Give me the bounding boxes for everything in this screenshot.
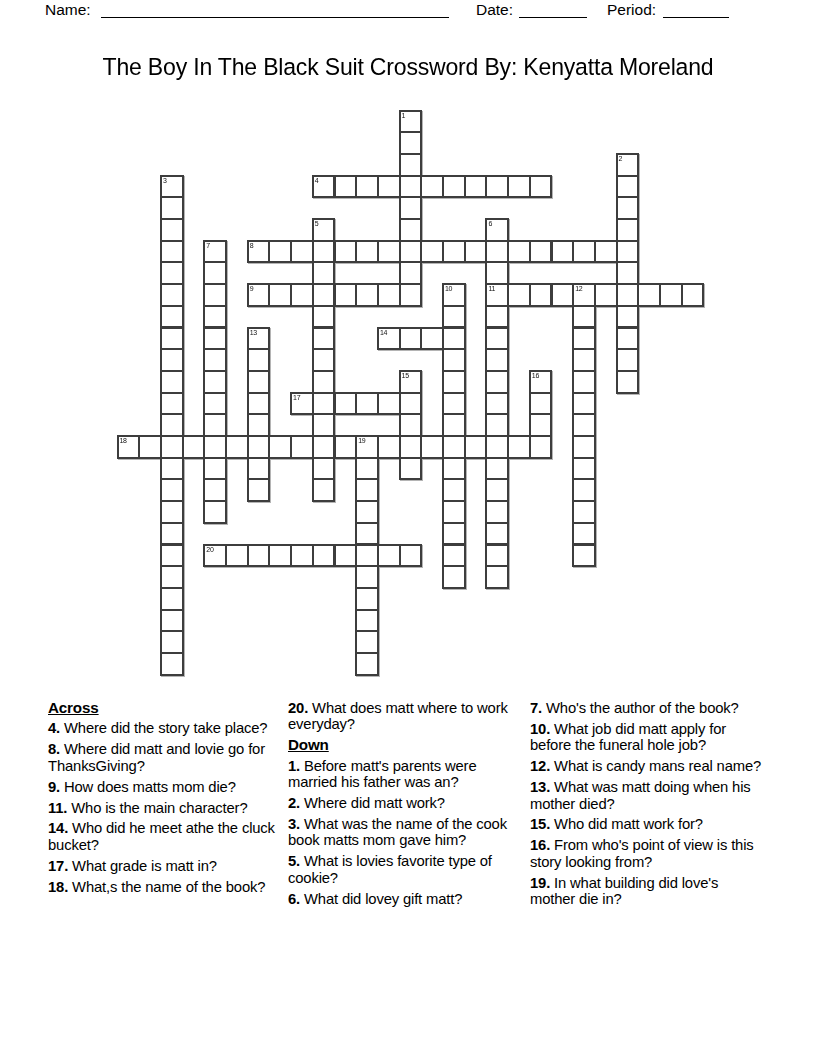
crossword-grid: 1234567891011121314151617181920 xyxy=(117,110,703,675)
clue-4: 4. Where did the story take place? xyxy=(48,720,280,736)
grid-cell[interactable] xyxy=(485,544,509,568)
grid-cell[interactable] xyxy=(442,500,466,524)
grid-cell[interactable] xyxy=(464,175,488,199)
grid-cell[interactable] xyxy=(485,175,509,199)
clue-2: 2. Where did matt work? xyxy=(288,795,528,811)
grid-cell[interactable] xyxy=(572,457,596,481)
grid-cell[interactable] xyxy=(420,327,444,351)
grid-cell[interactable] xyxy=(616,218,640,242)
grid-cell[interactable] xyxy=(507,283,531,307)
grid-cell[interactable] xyxy=(485,327,509,351)
grid-cell[interactable] xyxy=(312,370,336,394)
date-label: Date: xyxy=(476,1,513,19)
grid-cell[interactable] xyxy=(572,392,596,416)
grid-cell[interactable] xyxy=(616,196,640,220)
grid-cell[interactable] xyxy=(442,305,466,329)
grid-cell[interactable] xyxy=(312,327,336,351)
grid-cell[interactable] xyxy=(442,413,466,437)
clue-7: 7. Who's the author of the book? xyxy=(530,700,766,716)
grid-cell[interactable] xyxy=(160,370,184,394)
grid-cell[interactable] xyxy=(312,261,336,285)
grid-cell[interactable] xyxy=(485,348,509,372)
grid-cell[interactable] xyxy=(138,435,162,459)
grid-cell[interactable] xyxy=(485,370,509,394)
across-clues-header: Across xyxy=(48,700,280,716)
clue-number: 14. xyxy=(48,820,68,836)
grid-cell[interactable] xyxy=(355,392,379,416)
grid-cell[interactable]: 13 xyxy=(247,327,271,351)
cell-number-label: 19 xyxy=(358,437,365,445)
clue-1: 1. Before matt's parents were married hi… xyxy=(288,758,528,791)
grid-cell[interactable]: 7 xyxy=(203,240,227,264)
grid-cell[interactable] xyxy=(247,457,271,481)
grid-cell[interactable] xyxy=(399,283,423,307)
grid-cell[interactable] xyxy=(355,630,379,654)
grid-cell[interactable]: 19 xyxy=(355,435,379,459)
clue-5: 5. What is lovies favorite type of cooki… xyxy=(288,853,528,886)
grid-cell[interactable] xyxy=(442,544,466,568)
grid-cell[interactable] xyxy=(160,435,184,459)
grid-cell[interactable] xyxy=(160,348,184,372)
period-blank-line[interactable] xyxy=(663,0,729,18)
clue-number: 2. xyxy=(288,795,300,811)
grid-cell[interactable] xyxy=(290,435,314,459)
worksheet-page: { "game": "crossword", "title": "The Boy… xyxy=(0,0,816,1056)
grid-cell[interactable] xyxy=(442,457,466,481)
clue-number: 16. xyxy=(530,837,550,853)
name-label: Name: xyxy=(45,1,91,19)
cell-number-label: 14 xyxy=(380,329,387,337)
clue-number: 7. xyxy=(530,700,542,716)
grid-cell[interactable] xyxy=(399,153,423,177)
grid-cell[interactable] xyxy=(225,435,249,459)
clue-11: 11. Who is the main character? xyxy=(48,800,280,816)
grid-cell[interactable] xyxy=(572,370,596,394)
clue-19: 19. In what building did love's mother d… xyxy=(530,875,766,908)
grid-cell[interactable] xyxy=(355,457,379,481)
grid-cell[interactable]: 1 xyxy=(399,110,423,134)
cell-number-label: 7 xyxy=(206,242,210,250)
clue-6: 6. What did lovey gift matt? xyxy=(288,891,528,907)
cell-number-label: 18 xyxy=(120,437,127,445)
cell-number-label: 4 xyxy=(315,177,319,185)
grid-cell[interactable] xyxy=(225,544,249,568)
grid-cell[interactable] xyxy=(572,478,596,502)
grid-cell[interactable] xyxy=(399,413,423,437)
grid-cell[interactable] xyxy=(334,544,358,568)
clue-number: 15. xyxy=(530,816,550,832)
clue-number: 8. xyxy=(48,741,60,757)
clue-13: 13. What was matt doing when his mother … xyxy=(530,779,766,812)
grid-cell[interactable] xyxy=(203,413,227,437)
clue-3: 3. What was the name of the cook book ma… xyxy=(288,816,528,849)
grid-cell[interactable] xyxy=(529,283,553,307)
grid-cell[interactable] xyxy=(160,413,184,437)
grid-cell[interactable] xyxy=(160,478,184,502)
clue-number: 12. xyxy=(530,758,550,774)
grid-cell[interactable] xyxy=(203,261,227,285)
cell-number-label: 3 xyxy=(163,177,167,185)
grid-cell[interactable] xyxy=(334,392,358,416)
grid-cell[interactable] xyxy=(399,240,423,264)
clue-number: 1. xyxy=(288,758,300,774)
grid-cell[interactable] xyxy=(334,175,358,199)
cell-number-label: 16 xyxy=(532,372,539,380)
grid-cell[interactable] xyxy=(529,240,553,264)
grid-cell[interactable] xyxy=(507,175,531,199)
grid-cell[interactable] xyxy=(399,175,423,199)
grid-cell[interactable] xyxy=(442,522,466,546)
grid-cell[interactable] xyxy=(290,544,314,568)
grid-cell[interactable] xyxy=(312,240,336,264)
grid-cell[interactable] xyxy=(551,283,575,307)
clue-16: 16. From who's point of view is this sto… xyxy=(530,837,766,870)
puzzle-title: The Boy In The Black Suit Crossword By: … xyxy=(24,53,791,81)
grid-cell[interactable] xyxy=(268,435,292,459)
clue-number: 10. xyxy=(530,721,550,737)
cell-number-label: 10 xyxy=(445,285,452,293)
grid-cell[interactable] xyxy=(616,261,640,285)
grid-cell[interactable] xyxy=(399,544,423,568)
grid-cell[interactable] xyxy=(312,413,336,437)
clue-number: 13. xyxy=(530,779,550,795)
cell-number-label: 1 xyxy=(402,112,406,120)
grid-cell[interactable] xyxy=(203,327,227,351)
grid-cell[interactable] xyxy=(160,240,184,264)
grid-cell[interactable] xyxy=(312,283,336,307)
clue-number: 18. xyxy=(48,879,68,895)
clue-17: 17. What grade is matt in? xyxy=(48,858,280,874)
grid-cell[interactable] xyxy=(485,565,509,589)
grid-cell[interactable]: 5 xyxy=(312,218,336,242)
grid-cell[interactable] xyxy=(442,565,466,589)
grid-cell[interactable] xyxy=(485,500,509,524)
grid-cell[interactable] xyxy=(203,283,227,307)
grid-cell[interactable] xyxy=(659,283,683,307)
grid-cell[interactable] xyxy=(442,478,466,502)
grid-cell[interactable] xyxy=(160,457,184,481)
grid-cell[interactable]: 3 xyxy=(160,175,184,199)
grid-cell[interactable] xyxy=(355,652,379,676)
grid-cell[interactable] xyxy=(247,435,271,459)
grid-cell[interactable] xyxy=(377,392,401,416)
grid-cell[interactable] xyxy=(529,392,553,416)
clue-column-3: 7. Who's the author of the book?10. What… xyxy=(530,700,766,912)
grid-cell[interactable] xyxy=(399,457,423,481)
clue-9: 9. How does matts mom die? xyxy=(48,779,280,795)
grid-cell[interactable] xyxy=(203,435,227,459)
grid-cell[interactable] xyxy=(442,370,466,394)
grid-cell[interactable] xyxy=(442,327,466,351)
grid-cell[interactable] xyxy=(420,240,444,264)
grid-cell[interactable] xyxy=(399,435,423,459)
grid-cell[interactable] xyxy=(160,392,184,416)
grid-cell[interactable] xyxy=(572,348,596,372)
grid-cell[interactable] xyxy=(442,392,466,416)
grid-cell[interactable] xyxy=(290,283,314,307)
clue-14: 14. Who did he meet athe the cluck bucke… xyxy=(48,820,280,853)
grid-cell[interactable] xyxy=(160,327,184,351)
grid-cell[interactable] xyxy=(637,283,661,307)
grid-cell[interactable] xyxy=(355,478,379,502)
grid-cell[interactable] xyxy=(334,283,358,307)
grid-cell[interactable] xyxy=(355,565,379,589)
grid-cell[interactable] xyxy=(334,240,358,264)
cell-number-label: 9 xyxy=(250,285,254,293)
grid-cell[interactable] xyxy=(485,435,509,459)
grid-cell[interactable] xyxy=(572,435,596,459)
grid-cell[interactable]: 18 xyxy=(117,435,141,459)
grid-cell[interactable] xyxy=(399,261,423,285)
grid-cell[interactable] xyxy=(268,283,292,307)
grid-cell[interactable] xyxy=(312,478,336,502)
grid-cell[interactable]: 14 xyxy=(377,327,401,351)
grid-cell[interactable] xyxy=(160,587,184,611)
grid-cell[interactable] xyxy=(160,218,184,242)
clue-column-1: Across4. Where did the story take place?… xyxy=(48,700,280,900)
grid-cell[interactable] xyxy=(203,392,227,416)
cell-number-label: 11 xyxy=(488,285,495,293)
grid-cell[interactable]: 10 xyxy=(442,283,466,307)
grid-cell[interactable] xyxy=(529,435,553,459)
grid-cell[interactable] xyxy=(616,327,640,351)
grid-cell[interactable]: 20 xyxy=(203,544,227,568)
grid-cell[interactable] xyxy=(572,544,596,568)
grid-cell[interactable] xyxy=(203,370,227,394)
grid-cell[interactable] xyxy=(160,305,184,329)
grid-cell[interactable] xyxy=(312,348,336,372)
grid-cell[interactable]: 2 xyxy=(616,153,640,177)
grid-cell[interactable] xyxy=(182,435,206,459)
grid-cell[interactable] xyxy=(160,261,184,285)
grid-cell[interactable]: 4 xyxy=(312,175,336,199)
grid-cell[interactable] xyxy=(485,522,509,546)
clue-number: 5. xyxy=(288,853,300,869)
clue-15: 15. Who did matt work for? xyxy=(530,816,766,832)
grid-cell[interactable] xyxy=(616,348,640,372)
grid-cell[interactable] xyxy=(247,544,271,568)
grid-cell[interactable] xyxy=(355,609,379,633)
grid-cell[interactable] xyxy=(399,196,423,220)
grid-cell[interactable] xyxy=(616,175,640,199)
grid-cell[interactable] xyxy=(507,240,531,264)
grid-cell[interactable] xyxy=(485,457,509,481)
grid-cell[interactable] xyxy=(334,435,358,459)
grid-cell[interactable]: 9 xyxy=(247,283,271,307)
grid-cell[interactable] xyxy=(312,305,336,329)
grid-cell[interactable] xyxy=(464,435,488,459)
grid-cell[interactable] xyxy=(485,478,509,502)
grid-cell[interactable] xyxy=(420,175,444,199)
grid-cell[interactable] xyxy=(442,175,466,199)
grid-cell[interactable]: 17 xyxy=(290,392,314,416)
grid-cell[interactable]: 16 xyxy=(529,370,553,394)
clue-column-2: 20. What does matt where to work everyda… xyxy=(288,700,528,911)
grid-cell[interactable]: 11 xyxy=(485,283,509,307)
grid-cell[interactable] xyxy=(203,500,227,524)
grid-cell[interactable] xyxy=(355,240,379,264)
grid-cell[interactable] xyxy=(681,283,705,307)
grid-cell[interactable] xyxy=(464,240,488,264)
down-clues-header: Down xyxy=(288,737,528,753)
grid-cell[interactable] xyxy=(485,240,509,264)
grid-cell[interactable] xyxy=(290,240,314,264)
grid-cell[interactable]: 15 xyxy=(399,370,423,394)
grid-cell[interactable] xyxy=(420,435,444,459)
clue-12: 12. What is candy mans real name? xyxy=(530,758,766,774)
cell-number-label: 8 xyxy=(250,242,254,250)
clue-number: 9. xyxy=(48,779,60,795)
grid-cell[interactable] xyxy=(247,478,271,502)
grid-cell[interactable] xyxy=(312,392,336,416)
grid-cell[interactable] xyxy=(442,435,466,459)
grid-cell[interactable] xyxy=(247,370,271,394)
grid-cell[interactable] xyxy=(399,218,423,242)
grid-cell[interactable] xyxy=(160,609,184,633)
clue-number: 19. xyxy=(530,875,550,891)
cell-number-label: 20 xyxy=(206,546,213,554)
grid-cell[interactable] xyxy=(572,413,596,437)
grid-cell[interactable] xyxy=(160,544,184,568)
grid-cell[interactable] xyxy=(312,457,336,481)
clue-20: 20. What does matt where to work everyda… xyxy=(288,700,528,733)
grid-cell[interactable] xyxy=(594,283,618,307)
grid-cell[interactable] xyxy=(160,283,184,307)
grid-cell[interactable] xyxy=(572,327,596,351)
grid-cell[interactable] xyxy=(485,261,509,285)
name-blank-line[interactable] xyxy=(101,0,449,18)
grid-cell[interactable] xyxy=(160,196,184,220)
grid-cell[interactable] xyxy=(203,305,227,329)
grid-cell[interactable]: 6 xyxy=(485,218,509,242)
grid-cell[interactable] xyxy=(485,413,509,437)
grid-cell[interactable] xyxy=(377,283,401,307)
clue-10: 10. What job did matt apply for before t… xyxy=(530,721,766,754)
grid-cell[interactable] xyxy=(399,327,423,351)
clue-number: 4. xyxy=(48,720,60,736)
grid-cell[interactable] xyxy=(355,283,379,307)
grid-cell[interactable] xyxy=(247,348,271,372)
cell-number-label: 13 xyxy=(250,329,257,337)
clue-number: 6. xyxy=(288,891,300,907)
grid-cell[interactable] xyxy=(529,413,553,437)
cell-number-label: 15 xyxy=(402,372,409,380)
grid-cell[interactable] xyxy=(529,175,553,199)
grid-cell[interactable] xyxy=(616,240,640,264)
grid-cell[interactable] xyxy=(355,175,379,199)
grid-cell[interactable] xyxy=(247,392,271,416)
grid-cell[interactable] xyxy=(616,370,640,394)
grid-cell[interactable] xyxy=(160,565,184,589)
grid-cell[interactable] xyxy=(616,305,640,329)
grid-cell[interactable] xyxy=(268,240,292,264)
grid-cell[interactable] xyxy=(312,544,336,568)
grid-cell[interactable] xyxy=(377,435,401,459)
grid-cell[interactable] xyxy=(507,435,531,459)
grid-cell[interactable] xyxy=(572,522,596,546)
grid-cell[interactable] xyxy=(203,348,227,372)
clue-8: 8. Where did matt and lovie go for Thank… xyxy=(48,741,280,774)
grid-cell[interactable] xyxy=(160,522,184,546)
grid-cell[interactable] xyxy=(399,392,423,416)
period-label: Period: xyxy=(607,1,656,19)
grid-cell[interactable] xyxy=(572,500,596,524)
clue-18: 18. What,s the name of the book? xyxy=(48,879,280,895)
grid-cell[interactable]: 12 xyxy=(572,283,596,307)
cell-number-label: 2 xyxy=(619,155,623,163)
grid-cell[interactable] xyxy=(485,392,509,416)
grid-cell[interactable] xyxy=(203,478,227,502)
grid-cell[interactable] xyxy=(399,131,423,155)
grid-cell[interactable] xyxy=(551,240,575,264)
grid-cell[interactable] xyxy=(247,413,271,437)
grid-cell[interactable] xyxy=(203,457,227,481)
cell-number-label: 17 xyxy=(293,394,300,402)
clue-number: 3. xyxy=(288,816,300,832)
grid-cell[interactable] xyxy=(268,544,292,568)
grid-cell[interactable] xyxy=(355,500,379,524)
grid-cell[interactable] xyxy=(572,305,596,329)
clue-number: 17. xyxy=(48,858,68,874)
clue-number: 11. xyxy=(48,800,67,816)
date-blank-line[interactable] xyxy=(519,0,587,18)
cell-number-label: 12 xyxy=(575,285,582,293)
grid-cell[interactable] xyxy=(594,240,618,264)
grid-cell[interactable] xyxy=(377,544,401,568)
grid-cell[interactable] xyxy=(355,587,379,611)
grid-cell[interactable] xyxy=(442,348,466,372)
grid-cell[interactable] xyxy=(442,240,466,264)
grid-cell[interactable] xyxy=(485,305,509,329)
cell-number-label: 6 xyxy=(488,220,492,228)
grid-cell[interactable] xyxy=(616,283,640,307)
grid-cell[interactable] xyxy=(355,522,379,546)
grid-cell[interactable] xyxy=(160,652,184,676)
grid-cell[interactable] xyxy=(160,630,184,654)
grid-cell[interactable] xyxy=(572,240,596,264)
grid-cell[interactable] xyxy=(160,500,184,524)
grid-cell[interactable] xyxy=(377,175,401,199)
grid-cell[interactable] xyxy=(312,435,336,459)
grid-cell[interactable] xyxy=(377,240,401,264)
grid-cell[interactable] xyxy=(355,544,379,568)
clue-number: 20. xyxy=(288,700,308,716)
cell-number-label: 5 xyxy=(315,220,319,228)
grid-cell[interactable]: 8 xyxy=(247,240,271,264)
